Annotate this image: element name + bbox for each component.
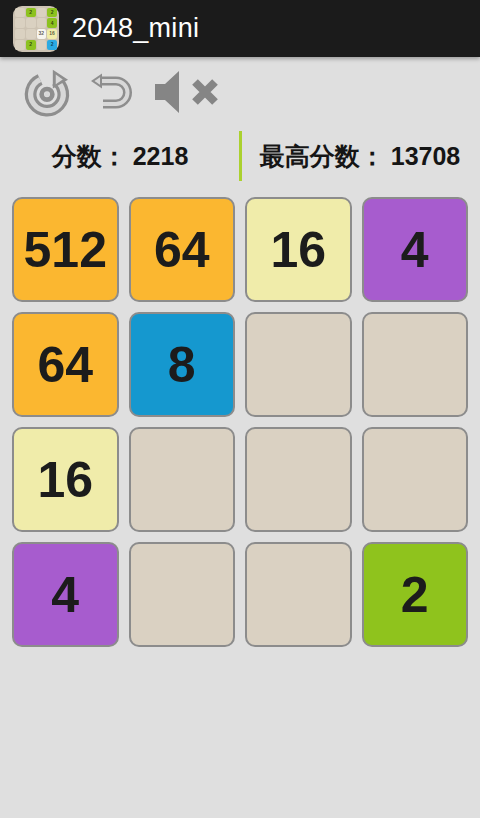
app-icon-cell: 4 — [47, 18, 57, 28]
tile-r2c4-empty — [362, 312, 469, 417]
toolbar — [0, 57, 480, 127]
tile-r4c1-4: 4 — [12, 542, 119, 647]
score-row: 分数：2218 最高分数：13708 — [0, 127, 480, 185]
app-icon-cell — [15, 18, 25, 28]
app-icon-cell: 16 — [47, 29, 57, 39]
tile-r1c1-512: 512 — [12, 197, 119, 302]
score-current: 分数：2218 — [0, 140, 240, 173]
app-icon-cell — [15, 8, 25, 18]
app-icon-cell — [26, 18, 36, 28]
tile-r3c4-empty — [362, 427, 469, 532]
restart-button[interactable] — [19, 64, 75, 120]
app-icon-cell: 2 — [47, 8, 57, 18]
best-score-label: 最高分数： — [260, 142, 385, 170]
tile-r1c4-4: 4 — [362, 197, 469, 302]
app-icon-cell — [37, 18, 47, 28]
tile-r3c1-16: 16 — [12, 427, 119, 532]
tile-r1c2-64: 64 — [129, 197, 236, 302]
best-score-value: 13708 — [391, 142, 461, 170]
score-value: 2218 — [133, 142, 189, 170]
titlebar: 224321622 2048_mini — [0, 0, 480, 57]
app-icon-cell — [37, 8, 47, 18]
app-icon-cell — [26, 29, 36, 39]
undo-button[interactable] — [88, 69, 140, 115]
restart-icon — [19, 64, 75, 120]
app-icon: 224321622 — [13, 6, 59, 52]
sound-off-icon — [153, 68, 225, 116]
mute-button[interactable] — [153, 68, 225, 116]
tile-r3c2-empty — [129, 427, 236, 532]
tile-r4c3-empty — [245, 542, 352, 647]
app-icon-cell — [15, 29, 25, 39]
app-title: 2048_mini — [72, 13, 199, 44]
score-divider — [239, 131, 242, 181]
tile-r4c4-2: 2 — [362, 542, 469, 647]
app-icon-cell: 2 — [47, 40, 57, 50]
app-icon-cell: 2 — [26, 40, 36, 50]
score-label: 分数： — [52, 142, 127, 170]
board[interactable]: 512641646481642 — [0, 197, 480, 647]
app-icon-cell — [37, 40, 47, 50]
tile-r3c3-empty — [245, 427, 352, 532]
undo-icon — [88, 69, 140, 115]
tile-r2c3-empty — [245, 312, 352, 417]
tile-r1c3-16: 16 — [245, 197, 352, 302]
app-icon-cell: 32 — [37, 29, 47, 39]
tile-r2c1-64: 64 — [12, 312, 119, 417]
score-best: 最高分数：13708 — [240, 140, 480, 173]
app-icon-cell: 2 — [26, 8, 36, 18]
app-icon-cell — [15, 40, 25, 50]
tile-r2c2-8: 8 — [129, 312, 236, 417]
tile-r4c2-empty — [129, 542, 236, 647]
